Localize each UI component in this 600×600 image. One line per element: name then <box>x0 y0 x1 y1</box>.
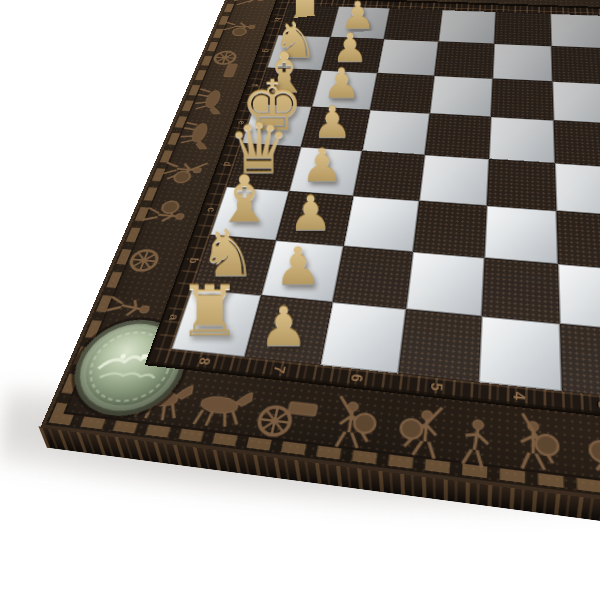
square-f3[interactable] <box>552 81 600 123</box>
square-h6[interactable] <box>384 8 442 41</box>
square-c3[interactable] <box>556 211 600 270</box>
chess-board: ♜♟♞♟♝♟♚♟♛♟♝♟♞♟♜♟ 87654321 abcdefgh <box>40 0 600 550</box>
square-f4[interactable] <box>491 79 554 121</box>
piece-silver-p[interactable]: ♟ <box>259 300 309 355</box>
square-g6[interactable] <box>377 39 438 76</box>
square-c5[interactable] <box>413 201 487 258</box>
square-d6[interactable] <box>353 151 424 201</box>
square-b4[interactable] <box>482 258 560 324</box>
square-b3[interactable] <box>558 264 600 331</box>
file-label-g: g <box>259 47 273 55</box>
square-d3[interactable] <box>555 163 600 216</box>
square-b7[interactable]: ♟ <box>261 240 343 302</box>
square-h4[interactable] <box>494 12 551 46</box>
product-photo-stage: ♜♟♞♟♝♟♚♟♛♟♝♟♞♟♜♟ 87654321 abcdefgh <box>0 0 600 600</box>
square-g5[interactable] <box>434 41 494 78</box>
piece-silver-p[interactable]: ♟ <box>301 143 343 190</box>
square-h5[interactable] <box>438 10 495 44</box>
square-h3[interactable] <box>550 14 600 49</box>
square-a7[interactable]: ♟ <box>245 295 333 365</box>
piece-silver-p[interactable]: ♟ <box>289 189 333 238</box>
piece-silver-r[interactable]: ♜ <box>178 276 242 347</box>
square-d4[interactable] <box>487 159 557 211</box>
square-e3[interactable] <box>554 120 600 167</box>
square-a6[interactable] <box>320 302 406 374</box>
square-a4[interactable] <box>479 316 562 391</box>
square-f5[interactable] <box>430 76 493 117</box>
scene: ♜♟♞♟♝♟♚♟♛♟♝♟♞♟♜♟ 87654321 abcdefgh <box>0 0 600 600</box>
piece-silver-p[interactable]: ♟ <box>275 241 322 293</box>
square-a8[interactable]: ♜ <box>171 289 261 357</box>
square-g4[interactable] <box>493 44 553 82</box>
square-c6[interactable] <box>343 196 419 252</box>
square-a3[interactable] <box>560 324 600 401</box>
square-e6[interactable] <box>362 110 430 155</box>
square-f6[interactable] <box>370 73 434 113</box>
square-e5[interactable] <box>425 113 491 159</box>
square-e4[interactable] <box>489 117 555 163</box>
square-b5[interactable] <box>406 252 484 316</box>
square-c4[interactable] <box>484 206 558 264</box>
square-a5[interactable] <box>398 309 482 382</box>
square-g3[interactable] <box>551 46 600 84</box>
file-label-h: h <box>270 16 283 23</box>
square-d5[interactable] <box>419 155 489 206</box>
square-b6[interactable] <box>333 246 413 309</box>
